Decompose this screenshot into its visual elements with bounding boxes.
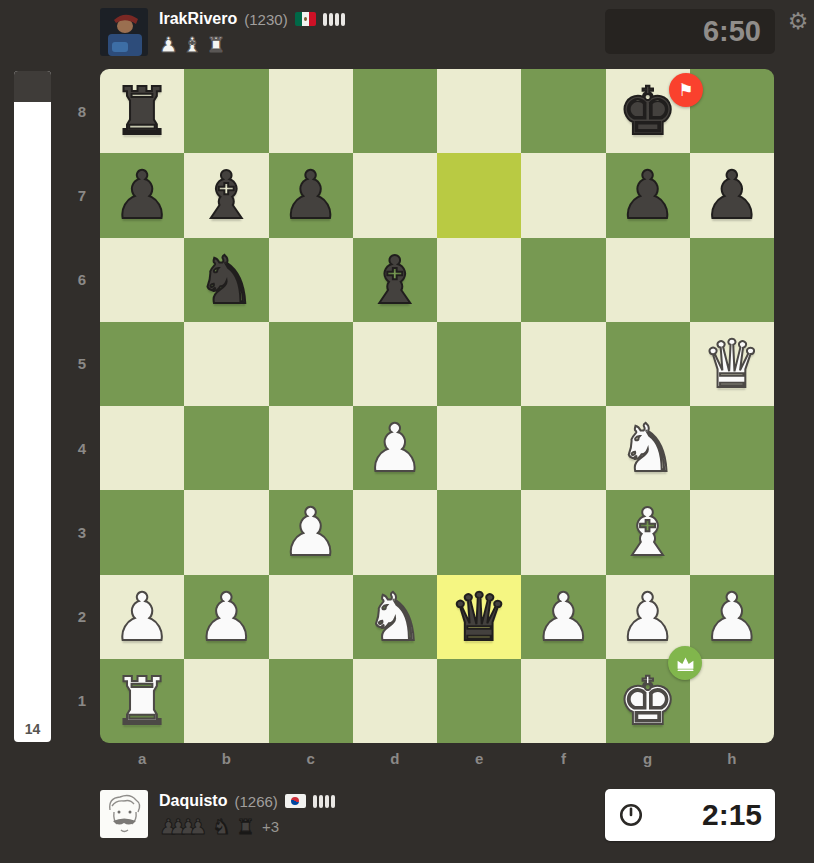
black-bishop-b7[interactable]: ♝	[197, 153, 256, 237]
file-label-f: f	[521, 744, 605, 772]
rank-coordinates: 87654321	[70, 69, 94, 743]
captured-white-pawn-icon: ♟	[159, 33, 178, 56]
square-g4[interactable]: ♞	[606, 406, 690, 490]
square-f7[interactable]	[521, 153, 605, 237]
rank-label-7: 7	[70, 153, 94, 237]
opponent-player-bar: IrakRivero (1230) ♟♝♜	[100, 8, 345, 56]
player-clock-time: 2:15	[702, 798, 762, 832]
rank-label-1: 1	[70, 659, 94, 743]
opponent-avatar[interactable]	[100, 8, 148, 56]
square-b7[interactable]: ♝	[184, 153, 268, 237]
file-label-d: d	[353, 744, 437, 772]
connection-bars-icon	[313, 795, 335, 808]
white-bishop-g3[interactable]: ♝	[618, 490, 677, 574]
square-b5[interactable]	[184, 322, 268, 406]
player-rating: (1266)	[234, 793, 277, 810]
file-label-c: c	[269, 744, 353, 772]
square-e1[interactable]	[437, 659, 521, 743]
square-d6[interactable]: ♝	[353, 238, 437, 322]
square-c3[interactable]: ♟	[269, 490, 353, 574]
square-g3[interactable]: ♝	[606, 490, 690, 574]
black-pawn-g7[interactable]: ♟	[618, 153, 677, 237]
crown-icon	[676, 656, 695, 671]
square-g2[interactable]: ♟	[606, 575, 690, 659]
white-knight-g4[interactable]: ♞	[618, 406, 677, 490]
square-h4[interactable]	[690, 406, 774, 490]
square-h7[interactable]: ♟	[690, 153, 774, 237]
loser-flag-badge-icon: ⚑	[669, 73, 703, 107]
black-pawn-a7[interactable]: ♟	[113, 153, 172, 237]
file-coordinates: abcdefgh	[100, 744, 774, 772]
square-a7[interactable]: ♟	[100, 153, 184, 237]
settings-gear-icon[interactable]: ⚙	[785, 8, 811, 34]
square-c8[interactable]	[269, 69, 353, 153]
square-b2[interactable]: ♟	[184, 575, 268, 659]
square-d4[interactable]: ♟	[353, 406, 437, 490]
captured-black-knight-icon: ♞	[212, 815, 231, 838]
evaluation-bar-black-portion	[14, 71, 51, 102]
clock-icon	[618, 802, 644, 828]
chess-board[interactable]: ♜♚♟♝♟♟♟♞♝♛♟♞♟♝♟♟♞♛♟♟♟♜♚	[100, 69, 774, 743]
white-knight-d2[interactable]: ♞	[365, 575, 424, 659]
file-label-h: h	[690, 744, 774, 772]
white-pawn-g2[interactable]: ♟	[618, 575, 677, 659]
white-pawn-b2[interactable]: ♟	[197, 575, 256, 659]
captured-black-pawn-icon: ♟	[188, 815, 207, 838]
square-a4[interactable]	[100, 406, 184, 490]
black-bishop-d6[interactable]: ♝	[365, 238, 424, 322]
white-pawn-f2[interactable]: ♟	[534, 575, 593, 659]
square-b1[interactable]	[184, 659, 268, 743]
opponent-clock: 6:50	[605, 9, 775, 54]
white-pawn-c3[interactable]: ♟	[281, 490, 340, 574]
square-d5[interactable]	[353, 322, 437, 406]
black-pawn-h7[interactable]: ♟	[702, 153, 761, 237]
rank-label-4: 4	[70, 406, 94, 490]
file-label-e: e	[437, 744, 521, 772]
white-pawn-a2[interactable]: ♟	[113, 575, 172, 659]
square-h3[interactable]	[690, 490, 774, 574]
square-f5[interactable]	[521, 322, 605, 406]
square-f3[interactable]	[521, 490, 605, 574]
square-e5[interactable]	[437, 322, 521, 406]
square-g5[interactable]	[606, 322, 690, 406]
square-a8[interactable]: ♜	[100, 69, 184, 153]
chess-game-screen: IrakRivero (1230) ♟♝♜ 6:50 ⚙ 14 87654321…	[0, 0, 814, 863]
black-queen-e2[interactable]: ♛	[450, 575, 509, 659]
square-h6[interactable]	[690, 238, 774, 322]
player-avatar[interactable]	[100, 790, 148, 838]
square-h8[interactable]	[690, 69, 774, 153]
winner-crown-badge-icon	[668, 646, 702, 680]
rank-label-2: 2	[70, 575, 94, 659]
player-clock: 2:15	[605, 789, 775, 841]
material-advantage: +3	[262, 816, 279, 838]
rank-label-6: 6	[70, 238, 94, 322]
square-f8[interactable]	[521, 69, 605, 153]
square-e8[interactable]	[437, 69, 521, 153]
square-a5[interactable]	[100, 322, 184, 406]
square-h2[interactable]: ♟	[690, 575, 774, 659]
square-b8[interactable]	[184, 69, 268, 153]
square-f2[interactable]: ♟	[521, 575, 605, 659]
square-c1[interactable]	[269, 659, 353, 743]
square-c6[interactable]	[269, 238, 353, 322]
square-b3[interactable]	[184, 490, 268, 574]
square-g7[interactable]: ♟	[606, 153, 690, 237]
south-korea-flag-icon	[285, 794, 306, 808]
player-avatar-image	[100, 790, 148, 838]
file-label-g: g	[606, 744, 690, 772]
square-e6[interactable]	[437, 238, 521, 322]
square-a6[interactable]	[100, 238, 184, 322]
square-f1[interactable]	[521, 659, 605, 743]
white-rook-a1[interactable]: ♜	[113, 659, 172, 743]
square-a1[interactable]: ♜	[100, 659, 184, 743]
square-g6[interactable]	[606, 238, 690, 322]
square-b6[interactable]: ♞	[184, 238, 268, 322]
opponent-rating: (1230)	[244, 11, 287, 28]
evaluation-score: 14	[14, 721, 51, 737]
square-d2[interactable]: ♞	[353, 575, 437, 659]
player-captured-row: ♟♟♟♟♞♜ +3	[159, 815, 335, 838]
black-rook-a8[interactable]: ♜	[113, 69, 172, 153]
square-a2[interactable]: ♟	[100, 575, 184, 659]
file-label-a: a	[100, 744, 184, 772]
black-pawn-c7[interactable]: ♟	[281, 153, 340, 237]
square-d8[interactable]	[353, 69, 437, 153]
mexico-flag-icon	[295, 12, 316, 26]
opponent-username[interactable]: IrakRivero	[159, 10, 237, 28]
white-pawn-d4[interactable]: ♟	[365, 406, 424, 490]
evaluation-bar: 14	[14, 71, 51, 742]
square-a3[interactable]	[100, 490, 184, 574]
square-e4[interactable]	[437, 406, 521, 490]
rank-label-5: 5	[70, 322, 94, 406]
player-captured-pieces: ♟♟♟♟♞♜	[159, 815, 260, 838]
square-c5[interactable]	[269, 322, 353, 406]
player-username[interactable]: Daquisto	[159, 792, 227, 810]
white-queen-h5[interactable]: ♛	[702, 322, 761, 406]
rank-label-3: 3	[70, 490, 94, 574]
square-d7[interactable]	[353, 153, 437, 237]
white-king-g1[interactable]: ♚	[618, 659, 677, 743]
player-player-bar: Daquisto (1266) ♟♟♟♟♞♜ +3	[100, 790, 335, 838]
white-pawn-h2[interactable]: ♟	[702, 575, 761, 659]
square-f4[interactable]	[521, 406, 605, 490]
square-b4[interactable]	[184, 406, 268, 490]
square-d3[interactable]	[353, 490, 437, 574]
square-e3[interactable]	[437, 490, 521, 574]
captured-white-rook-icon: ♜	[207, 33, 226, 56]
black-king-g8[interactable]: ♚	[618, 69, 677, 153]
file-label-b: b	[184, 744, 268, 772]
square-h1[interactable]	[690, 659, 774, 743]
opponent-captured-pieces: ♟♝♜	[159, 33, 345, 56]
square-c4[interactable]	[269, 406, 353, 490]
square-c2[interactable]	[269, 575, 353, 659]
square-e7[interactable]	[437, 153, 521, 237]
captured-white-bishop-icon: ♝	[183, 33, 202, 56]
square-d1[interactable]	[353, 659, 437, 743]
black-knight-b6[interactable]: ♞	[197, 238, 256, 322]
square-h5[interactable]: ♛	[690, 322, 774, 406]
square-f6[interactable]	[521, 238, 605, 322]
square-c7[interactable]: ♟	[269, 153, 353, 237]
opponent-avatar-image	[100, 8, 148, 56]
square-e2[interactable]: ♛	[437, 575, 521, 659]
captured-black-rook-icon: ♜	[236, 815, 255, 838]
connection-bars-icon	[323, 13, 345, 26]
rank-label-8: 8	[70, 69, 94, 153]
